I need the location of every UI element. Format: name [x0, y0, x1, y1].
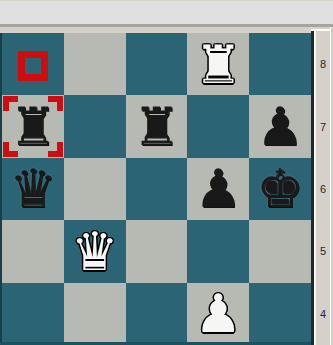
- square-e7[interactable]: [64, 95, 126, 157]
- rank-label-7: 7: [316, 95, 330, 157]
- square-g8[interactable]: ♜: [187, 33, 249, 95]
- square-e6[interactable]: [64, 158, 126, 220]
- chess-board[interactable]: ♜♜♜♟♛♟♚♛♟: [2, 33, 311, 345]
- square-e5[interactable]: ♛: [64, 220, 126, 282]
- rank-coordinate-labels: 87654: [316, 33, 330, 345]
- rank-label-6: 6: [316, 158, 330, 220]
- square-h6[interactable]: ♚: [249, 158, 311, 220]
- square-g5[interactable]: [187, 220, 249, 282]
- move-from-marker: [18, 51, 48, 81]
- rank-label-4: 4: [316, 283, 330, 345]
- piece-black-pawn-h7[interactable]: ♟: [249, 95, 311, 157]
- square-g6[interactable]: ♟: [187, 158, 249, 220]
- square-h8[interactable]: [249, 33, 311, 95]
- square-f4[interactable]: [126, 283, 188, 345]
- square-h7[interactable]: ♟: [249, 95, 311, 157]
- piece-black-rook-d7[interactable]: ♜: [2, 95, 64, 157]
- square-h5[interactable]: [249, 220, 311, 282]
- piece-black-rook-f7[interactable]: ♜: [126, 95, 188, 157]
- toolbar-strip: [0, 0, 333, 24]
- chess-app-window: ♜♜♜♟♛♟♚♛♟ 87654: [0, 0, 333, 345]
- piece-black-queen-d6[interactable]: ♛: [2, 158, 64, 220]
- square-f7[interactable]: ♜: [126, 95, 188, 157]
- square-g7[interactable]: [187, 95, 249, 157]
- square-g4[interactable]: ♟: [187, 283, 249, 345]
- square-e4[interactable]: [64, 283, 126, 345]
- square-f6[interactable]: [126, 158, 188, 220]
- square-d4[interactable]: [2, 283, 64, 345]
- square-e8[interactable]: [64, 33, 126, 95]
- piece-white-queen-e5[interactable]: ♛: [64, 220, 126, 282]
- square-f8[interactable]: [126, 33, 188, 95]
- square-d7[interactable]: ♜: [2, 95, 64, 157]
- piece-black-pawn-g6[interactable]: ♟: [187, 158, 249, 220]
- piece-white-rook-g8[interactable]: ♜: [187, 33, 249, 95]
- rank-label-5: 5: [316, 220, 330, 282]
- square-d6[interactable]: ♛: [2, 158, 64, 220]
- square-d8[interactable]: [2, 33, 64, 95]
- piece-white-pawn-g4[interactable]: ♟: [187, 283, 249, 345]
- square-f5[interactable]: [126, 220, 188, 282]
- rank-label-8: 8: [316, 33, 330, 95]
- square-d5[interactable]: [2, 220, 64, 282]
- square-h4[interactable]: [249, 283, 311, 345]
- piece-black-king-h6[interactable]: ♚: [249, 158, 311, 220]
